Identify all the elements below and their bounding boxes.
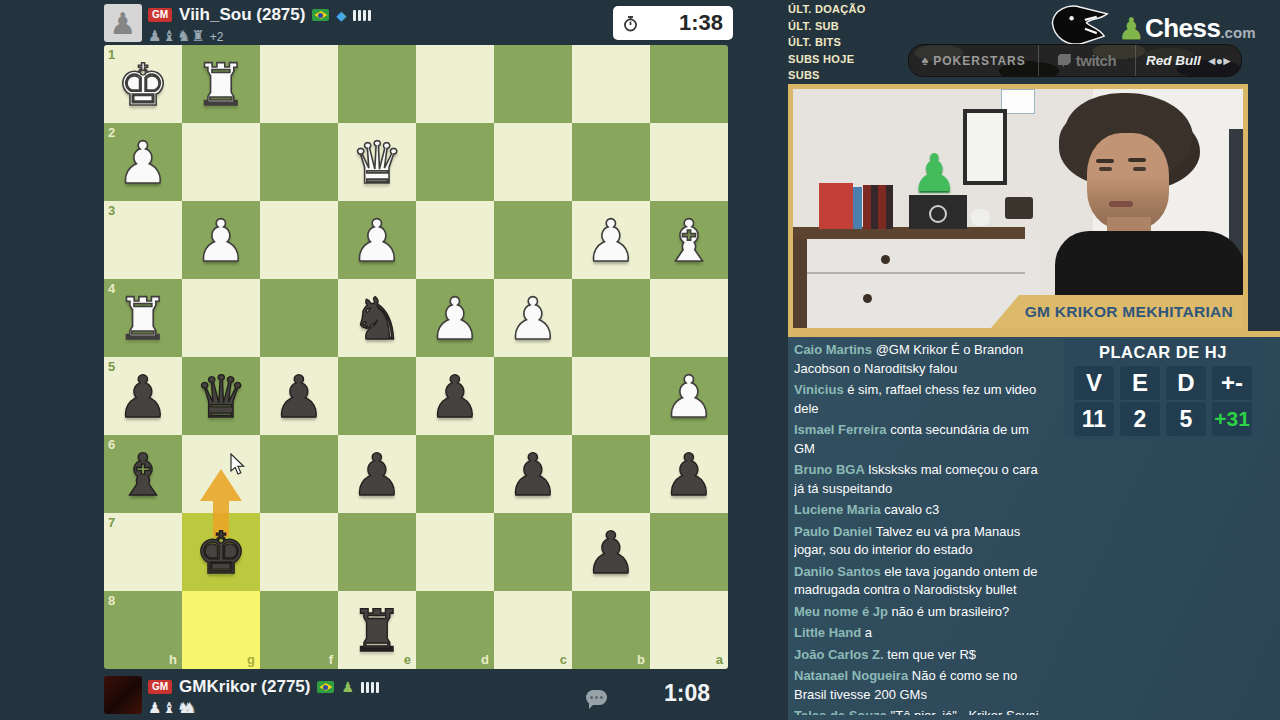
stream-screen: ♟ GM Viih_Sou (2875) ◆ ♟♝♞♜+2 1:38 ♚1♜♟2… <box>0 0 1280 720</box>
square-d5[interactable]: ♟ <box>416 357 494 435</box>
chat-username[interactable]: Ismael Ferreira <box>794 422 890 437</box>
framed-certificate <box>963 109 1007 185</box>
square-c4[interactable]: ♟ <box>494 279 572 357</box>
twitch-logo: twitch <box>1039 45 1135 76</box>
chat-username[interactable]: Paulo Daniel <box>794 524 876 539</box>
square-f4[interactable] <box>260 279 338 357</box>
square-c6[interactable]: ♟ <box>494 435 572 513</box>
twitch-glitch-icon <box>1058 54 1071 67</box>
stat-label-1: ÚLT. SUB <box>788 20 866 32</box>
scoreboard-value-V: 11 <box>1082 406 1106 433</box>
square-d4[interactable]: ♟ <box>416 279 494 357</box>
captured-knight-icon: ♞ <box>183 701 196 716</box>
file-label-f: f <box>329 652 333 667</box>
square-e3[interactable]: ♟ <box>338 201 416 279</box>
green-pawn-logo-icon: ♟ <box>1118 15 1145 43</box>
square-g4[interactable] <box>182 279 260 357</box>
square-a2[interactable] <box>650 123 728 201</box>
top-player-name[interactable]: Viih_Sou (2875) <box>179 5 305 25</box>
square-a1[interactable] <box>650 45 728 123</box>
scoreboard-col-E: E <box>1132 369 1148 397</box>
piece-black-pawn[interactable]: ♟ <box>416 357 494 435</box>
bottom-player-bar: GM GMKrikor (2775) ♟ ♟♝♞♞ 1:08 <box>104 676 736 716</box>
chat-message: Bruno BGA Isksksks mal começou o cara já… <box>794 461 1046 498</box>
square-d1[interactable] <box>416 45 494 123</box>
person-face <box>1087 133 1169 229</box>
green-pawn-trophy: ♟ <box>911 147 955 199</box>
square-f6[interactable] <box>260 435 338 513</box>
piece-white-queen[interactable]: ♛ <box>338 123 416 201</box>
square-a8[interactable]: a <box>650 591 728 669</box>
piece-black-bishop[interactable]: ♝ <box>104 435 182 513</box>
square-h5[interactable]: ♟5 <box>104 357 182 435</box>
square-a4[interactable] <box>650 279 728 357</box>
chat-text: tem que ver R$ <box>887 647 976 662</box>
square-d6[interactable] <box>416 435 494 513</box>
square-b4[interactable] <box>572 279 650 357</box>
redbull-bulls-icon: ◄●► <box>1206 54 1231 68</box>
square-f1[interactable] <box>260 45 338 123</box>
file-label-b: b <box>637 652 645 667</box>
square-g1[interactable]: ♜ <box>182 45 260 123</box>
skull-ornament <box>971 209 990 226</box>
chat-username[interactable]: Caio Martins <box>794 342 876 357</box>
square-d8[interactable]: d <box>416 591 494 669</box>
square-c2[interactable] <box>494 123 572 201</box>
square-h4[interactable]: ♜4 <box>104 279 182 357</box>
book-stack <box>863 185 893 229</box>
stat-label-0: ÚLT. DOAÇÃO <box>788 3 866 15</box>
square-e1[interactable] <box>338 45 416 123</box>
dark-object <box>1005 197 1033 219</box>
pokerstars-logo: ♠ POKERSTARS <box>909 45 1038 76</box>
scoreboard-value-D: 5 <box>1180 406 1193 433</box>
square-e8[interactable]: ♜e <box>338 591 416 669</box>
square-c3[interactable] <box>494 201 572 279</box>
piece-black-knight[interactable]: ♞ <box>338 279 416 357</box>
chat-username[interactable]: João Carlos Z. <box>794 647 887 662</box>
square-d3[interactable] <box>416 201 494 279</box>
piece-white-pawn[interactable]: ♟ <box>650 357 728 435</box>
captured-bishop-icon: ♝ <box>162 29 175 44</box>
square-f3[interactable] <box>260 201 338 279</box>
scoreboard-value-E: 2 <box>1134 406 1147 433</box>
square-c7[interactable] <box>494 513 572 591</box>
captured-pawn-icon: ♟ <box>148 29 161 44</box>
brazil-flag-icon <box>312 9 329 21</box>
stat-label-3: SUBS HOJE <box>788 53 866 65</box>
piece-black-pawn[interactable]: ♟ <box>260 357 338 435</box>
chat-username[interactable]: Little Hand <box>794 625 865 640</box>
person-eyes <box>1099 167 1112 171</box>
webcam-caption-text: GM KRIKOR MEKHITARIAN <box>1025 303 1243 321</box>
file-label-d: d <box>481 652 489 667</box>
chat-username[interactable]: Danilo Santos <box>794 564 884 579</box>
square-h8[interactable]: 8h <box>104 591 182 669</box>
square-b2[interactable] <box>572 123 650 201</box>
chat-message-list[interactable]: Caio Martins @GM Krikor É o Brandon Jaco… <box>794 341 1046 715</box>
chat-username[interactable]: Bruno BGA <box>794 462 868 477</box>
square-d7[interactable] <box>416 513 494 591</box>
chat-text: cavalo c3 <box>884 502 939 517</box>
file-label-c: c <box>560 652 567 667</box>
file-label-g: g <box>247 652 255 667</box>
chat-username[interactable]: Tales de Souza <box>794 708 891 715</box>
drawer-knob <box>863 294 872 303</box>
square-e5[interactable] <box>338 357 416 435</box>
chat-message: Ismael Ferreira conta secundária de um G… <box>794 421 1046 458</box>
chat-username[interactable]: Luciene Maria <box>794 502 884 517</box>
chat-message: Danilo Santos ele tava jogando ontem de … <box>794 563 1046 600</box>
scoreboard-col-+-: +- <box>1221 369 1243 397</box>
top-player-clock: 1:38 <box>613 6 733 40</box>
captured-rook-icon: ♜ <box>191 29 204 44</box>
chess-board[interactable]: ♚1♜♟2♛3♟♟♟♝♜4♞♟♟♟5♛♟♟♟♝6♟♟♟7♚♟8hgf♜edcba <box>104 45 728 669</box>
chat-username[interactable]: Vinicius <box>794 382 847 397</box>
chat-message: João Carlos Z. tem que ver R$ <box>794 646 1046 665</box>
drawer-knob <box>881 255 890 264</box>
square-c1[interactable] <box>494 45 572 123</box>
captured-bishop-icon: ♝ <box>162 701 175 716</box>
material-advantage: +2 <box>210 30 224 44</box>
piece-white-rook[interactable]: ♜ <box>104 279 182 357</box>
chat-username[interactable]: Natanael Nogueira <box>794 668 912 683</box>
square-e6[interactable]: ♟ <box>338 435 416 513</box>
piece-black-pawn[interactable]: ♟ <box>338 435 416 513</box>
piece-black-rook[interactable]: ♜ <box>338 591 416 669</box>
top-player-avatar[interactable]: ♟ <box>104 4 142 42</box>
square-h3[interactable]: 3 <box>104 201 182 279</box>
drawer-gap <box>807 272 1025 274</box>
square-b8[interactable]: b <box>572 591 650 669</box>
stream-stat-labels: ÚLT. DOAÇÃOÚLT. SUBÚLT. BITSSUBS HOJESUB… <box>788 3 866 81</box>
stat-label-2: ÚLT. BITS <box>788 36 866 48</box>
piece-white-rook[interactable]: ♜ <box>182 45 260 123</box>
piece-white-pawn[interactable]: ♟ <box>338 201 416 279</box>
piece-black-king[interactable]: ♚ <box>182 513 260 591</box>
top-clock-time: 1:38 <box>639 10 733 36</box>
scoreboard-col-D: D <box>1177 369 1194 397</box>
gm-badge: GM <box>148 680 172 694</box>
stat-label-4: SUBS <box>788 69 866 81</box>
person-brows <box>1096 159 1114 163</box>
square-g2[interactable] <box>182 123 260 201</box>
piece-black-queen[interactable]: ♛ <box>182 357 260 435</box>
gm-badge: GM <box>148 8 172 22</box>
square-g7[interactable]: ♚ <box>182 513 260 591</box>
chat-message: Tales de Souza "Tô pior, já" - Krikor Se… <box>794 707 1046 715</box>
chat-username[interactable]: Meu nome é Jp <box>794 604 892 619</box>
piece-white-pawn[interactable]: ♟ <box>416 279 494 357</box>
top-player-bar: ♟ GM Viih_Sou (2875) ◆ ♟♝♞♜+2 1:38 <box>104 4 736 44</box>
red-books <box>819 183 853 229</box>
square-f2[interactable] <box>260 123 338 201</box>
scoreboard-col-V: V <box>1086 369 1102 397</box>
connection-signal-icon <box>353 10 371 21</box>
webcam-feed: ♟ GM KRIKOR MEKHITARIAN <box>788 84 1248 333</box>
rank-label-3: 3 <box>108 203 115 218</box>
chat-panel-area: PLACAR DE HJ V11E2D5+-+31 Caio Martins @… <box>788 337 1280 720</box>
square-e7[interactable] <box>338 513 416 591</box>
spade-icon: ♠ <box>921 53 928 68</box>
square-a7[interactable] <box>650 513 728 591</box>
chat-text: não é um brasileiro? <box>892 604 1010 619</box>
square-h2[interactable]: ♟2 <box>104 123 182 201</box>
chat-message: Natanael Nogueira Não é como se no Brasi… <box>794 667 1046 704</box>
bottom-clock-time: 1:08 <box>664 680 710 707</box>
scoreboard-value-+-: +31 <box>1214 407 1250 431</box>
piece-white-pawn[interactable]: ♟ <box>494 279 572 357</box>
redbull-logo: Red Bull ◄●► <box>1136 45 1241 76</box>
pawn-membership-icon: ♟ <box>341 680 354 694</box>
file-label-h: h <box>169 652 177 667</box>
square-g5[interactable]: ♛ <box>182 357 260 435</box>
square-b6[interactable] <box>572 435 650 513</box>
captured-pieces-top: ♟♝♞♜+2 <box>148 29 224 44</box>
chat-message: Caio Martins @GM Krikor É o Brandon Jaco… <box>794 341 1046 378</box>
furia-panther-logo <box>1042 2 1116 48</box>
clock-icon <box>622 15 639 32</box>
square-b5[interactable] <box>572 357 650 435</box>
square-f8[interactable]: f <box>260 591 338 669</box>
cabinet-drawers <box>793 239 1039 328</box>
chat-bubble-icon[interactable] <box>586 690 607 705</box>
piece-black-pawn[interactable]: ♟ <box>104 357 182 435</box>
square-d2[interactable] <box>416 123 494 201</box>
sponsor-bar: ♠ POKERSTARS twitch Red Bull ◄●► <box>908 44 1242 77</box>
square-b1[interactable] <box>572 45 650 123</box>
square-h1[interactable]: ♚1 <box>104 45 182 123</box>
square-f5[interactable]: ♟ <box>260 357 338 435</box>
captured-knight-icon: ♞ <box>177 29 190 44</box>
square-e2[interactable]: ♛ <box>338 123 416 201</box>
piece-white-pawn[interactable]: ♟ <box>104 123 182 201</box>
square-b3[interactable]: ♟ <box>572 201 650 279</box>
captured-pawn-icon: ♟ <box>148 701 161 716</box>
square-e4[interactable]: ♞ <box>338 279 416 357</box>
person-mouth <box>1109 201 1133 207</box>
piece-white-pawn[interactable]: ♟ <box>572 201 650 279</box>
piece-white-pawn[interactable]: ♟ <box>182 201 260 279</box>
bottom-player-name[interactable]: GMKrikor (2775) <box>179 677 310 697</box>
square-g6[interactable] <box>182 435 260 513</box>
piece-black-pawn[interactable]: ♟ <box>494 435 572 513</box>
chat-message: Vinicius é sim, raffael chess fez um vid… <box>794 381 1046 418</box>
square-f7[interactable] <box>260 513 338 591</box>
chat-message: Little Hand a <box>794 624 1046 643</box>
piece-white-king[interactable]: ♚ <box>104 45 182 123</box>
blue-book <box>853 187 862 229</box>
square-c5[interactable] <box>494 357 572 435</box>
chat-message: Paulo Daniel Talvez eu vá pra Manaus jog… <box>794 523 1046 560</box>
square-h6[interactable]: ♝6 <box>104 435 182 513</box>
file-label-a: a <box>716 652 723 667</box>
square-g8[interactable]: g <box>182 591 260 669</box>
bottom-player-avatar[interactable] <box>104 676 142 714</box>
piece-black-pawn[interactable]: ♟ <box>650 435 728 513</box>
square-b7[interactable]: ♟ <box>572 513 650 591</box>
square-a3[interactable]: ♝ <box>650 201 728 279</box>
scoreboard: PLACAR DE HJ V11E2D5+-+31 <box>1064 339 1262 439</box>
brazil-flag-icon <box>317 681 334 693</box>
rank-label-8: 8 <box>108 593 115 608</box>
square-a6[interactable]: ♟ <box>650 435 728 513</box>
piece-white-bishop[interactable]: ♝ <box>650 201 728 279</box>
chat-text: a <box>865 625 872 640</box>
square-a5[interactable]: ♟ <box>650 357 728 435</box>
square-g3[interactable]: ♟ <box>182 201 260 279</box>
diamond-membership-icon: ◆ <box>336 8 346 23</box>
rank-label-7: 7 <box>108 515 115 530</box>
scoreboard-title: PLACAR DE HJ <box>1064 343 1262 362</box>
square-h7[interactable]: 7 <box>104 513 182 591</box>
chat-message: Meu nome é Jp não é um brasileiro? <box>794 603 1046 622</box>
piece-black-pawn[interactable]: ♟ <box>572 513 650 591</box>
square-c8[interactable]: c <box>494 591 572 669</box>
box-logo <box>929 205 947 223</box>
chat-message: Luciene Maria cavalo c3 <box>794 501 1046 520</box>
connection-signal-icon <box>361 682 379 693</box>
chesscom-logo[interactable]: ♟ Chess.com <box>1118 13 1255 44</box>
webcam-caption-banner: GM KRIKOR MEKHITARIAN <box>991 295 1243 328</box>
captured-pieces-bottom: ♟♝♞♞ <box>148 701 197 716</box>
